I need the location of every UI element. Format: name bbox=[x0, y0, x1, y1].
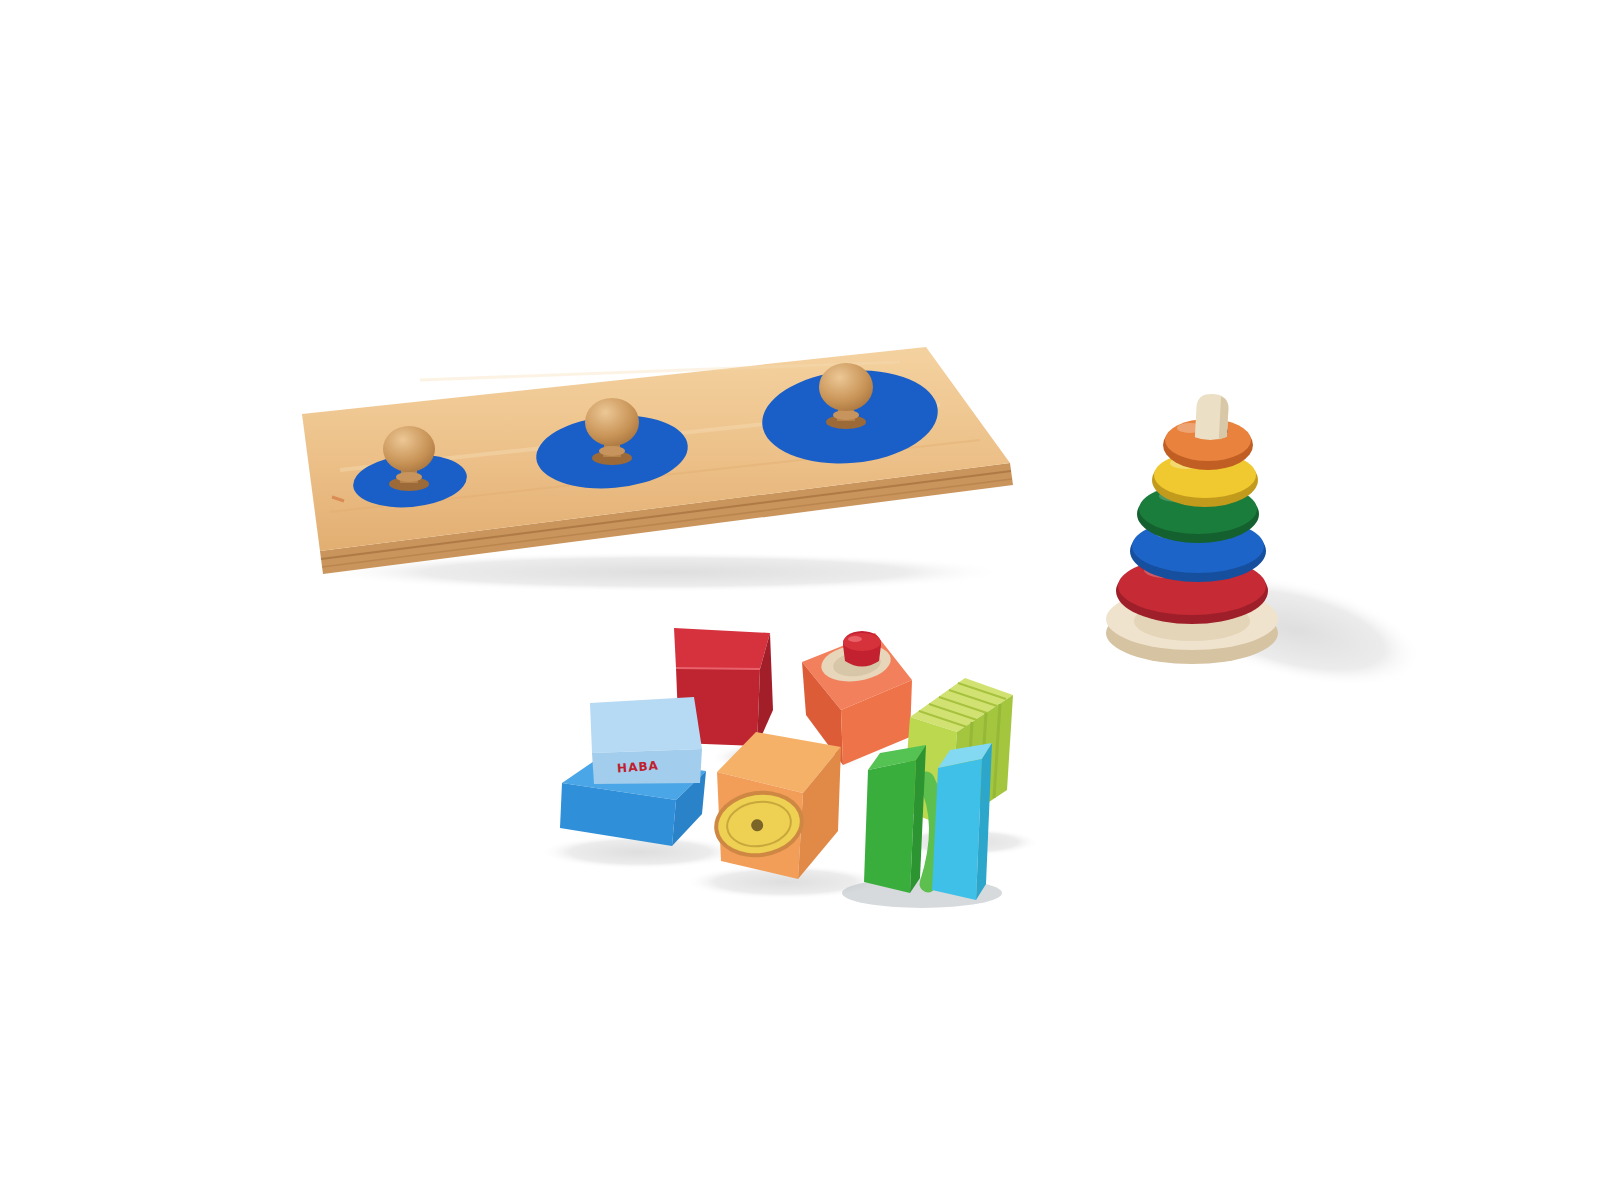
button-top bbox=[843, 633, 881, 651]
squeak-button bbox=[843, 631, 881, 667]
button-highlight bbox=[848, 636, 862, 642]
tower-peg bbox=[1195, 393, 1229, 441]
haba-block: HABA bbox=[590, 697, 702, 784]
green-slab-front bbox=[864, 760, 916, 893]
knob-puzzle bbox=[302, 347, 1013, 574]
knob-ball bbox=[819, 363, 873, 411]
haba-logo-text: HABA bbox=[617, 759, 660, 776]
puzzle-knob-small bbox=[383, 426, 435, 491]
knob-collar bbox=[599, 446, 625, 456]
stacking-tower bbox=[1106, 393, 1278, 664]
scene-canvas: HABA bbox=[0, 0, 1600, 1200]
green-slab bbox=[864, 745, 926, 893]
haba-block-top bbox=[590, 697, 702, 753]
cyan-slab-front bbox=[932, 759, 982, 900]
knob-collar bbox=[396, 472, 422, 482]
knob-collar bbox=[833, 410, 859, 420]
cyan-slab bbox=[932, 743, 992, 900]
red-cube-edge-highlight bbox=[676, 668, 760, 669]
toy-product-photo: HABA bbox=[0, 0, 1600, 1200]
knob-ball bbox=[585, 398, 639, 446]
red-cube-top bbox=[674, 628, 770, 669]
knob-ball bbox=[383, 426, 435, 472]
